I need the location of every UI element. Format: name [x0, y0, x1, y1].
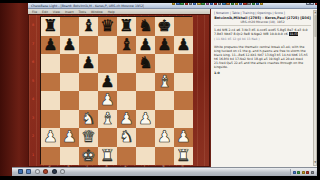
chess-board[interactable]: ♜♝♛♜♞♚♟♟♝♟♟♟♟♞♟♝♟♞♝♟♟♟♟♛♞♟♟♚♜♜: [40, 16, 192, 164]
square-f6[interactable]: ♞: [136, 54, 155, 73]
square-c8[interactable]: ♝: [79, 17, 98, 36]
scrollbar[interactable]: ▲ ▼: [313, 10, 317, 166]
square-e6[interactable]: [117, 54, 136, 73]
black-pawn-b7[interactable]: ♟: [60, 36, 79, 55]
system-tray[interactable]: [290, 169, 316, 175]
square-c6[interactable]: ♟: [79, 54, 98, 73]
rank-label-3: 3: [32, 109, 39, 128]
square-a8[interactable]: ♜: [41, 17, 60, 36]
square-a7[interactable]: ♟: [41, 36, 60, 55]
square-e3[interactable]: ♟: [117, 110, 136, 129]
menu-item-file[interactable]: File: [32, 10, 37, 14]
notation-panel[interactable]: [ Notation | Table | Training | Openings…: [210, 9, 317, 167]
rank-label-6: 6: [32, 53, 39, 72]
square-d5[interactable]: ♟: [98, 73, 117, 92]
taskbar-icon-1[interactable]: [26, 169, 31, 174]
white-rook-d1[interactable]: ♜: [98, 147, 117, 166]
square-d3[interactable]: ♝: [98, 110, 117, 129]
square-b3[interactable]: [60, 110, 79, 129]
square-b2[interactable]: ♟: [60, 128, 79, 147]
white-pawn-g2[interactable]: ♟: [155, 128, 174, 147]
rank-label-2: 2: [32, 127, 39, 146]
black-king-g8[interactable]: ♚: [155, 17, 174, 36]
square-g5[interactable]: ♝: [155, 73, 174, 92]
black-rook-a8[interactable]: ♜: [41, 17, 60, 36]
square-h2[interactable]: ♟: [174, 128, 193, 147]
square-g1[interactable]: [155, 147, 174, 166]
white-pawn-a2[interactable]: ♟: [41, 128, 60, 147]
square-d4[interactable]: ♟: [98, 91, 117, 110]
game-result: 1-0: [214, 71, 311, 75]
move-list[interactable]: 1.d4 Nf6 2.c4 e6 3.Nc3 d5 4.cxd5 exd5 5.…: [214, 28, 311, 37]
tray-icon-3[interactable]: [306, 171, 309, 174]
square-g8[interactable]: ♚: [155, 17, 174, 36]
square-c5[interactable]: [79, 73, 98, 92]
square-f3[interactable]: ♟: [136, 110, 155, 129]
rank-label-8: 8: [32, 16, 39, 35]
square-e4[interactable]: [117, 91, 136, 110]
square-h1[interactable]: ♜: [174, 147, 193, 166]
square-h8[interactable]: [174, 17, 193, 36]
square-b4[interactable]: [60, 91, 79, 110]
rank-label-1: 1: [32, 146, 39, 165]
menu-item-edit[interactable]: Edit: [42, 10, 48, 14]
square-a5[interactable]: [41, 73, 60, 92]
square-e8[interactable]: ♜: [117, 17, 136, 36]
tray-icon-0[interactable]: [293, 171, 296, 174]
white-bishop-g5[interactable]: ♝: [155, 73, 174, 92]
square-f7[interactable]: ♟: [136, 36, 155, 55]
square-h5[interactable]: [174, 73, 193, 92]
current-move-highlight[interactable]: 11.f3: [289, 32, 299, 36]
black-rook-e8[interactable]: ♜: [117, 17, 136, 36]
taskbar-icon-3[interactable]: [43, 169, 48, 174]
black-pawn-g7[interactable]: ♟: [155, 36, 174, 55]
letterbox-top: [0, 0, 320, 3]
taskbar-icon-2[interactable]: [35, 169, 40, 174]
square-a6[interactable]: [41, 54, 60, 73]
square-c7[interactable]: [79, 36, 98, 55]
square-c1[interactable]: ♚: [79, 147, 98, 166]
event-header: URS-ch20 Moscow (10), 1952: [214, 20, 311, 26]
white-pawn-f3[interactable]: ♟: [136, 110, 155, 129]
square-g7[interactable]: ♟: [155, 36, 174, 55]
black-knight-f8[interactable]: ♞: [136, 17, 155, 36]
square-c2[interactable]: ♛: [79, 128, 98, 147]
annotation-text: White prepares the thematic central brea…: [214, 45, 311, 70]
white-pawn-d4[interactable]: ♟: [98, 91, 117, 110]
black-pawn-d5[interactable]: ♟: [98, 73, 117, 92]
rank-label-4: 4: [32, 90, 39, 109]
menu-item-insert[interactable]: Insert: [65, 10, 74, 14]
taskbar-icons: [18, 169, 65, 174]
square-a1[interactable]: [41, 147, 60, 166]
white-king-c1[interactable]: ♚: [79, 147, 98, 166]
square-a4[interactable]: [41, 91, 60, 110]
square-h7[interactable]: ♟: [174, 36, 193, 55]
square-b6[interactable]: [60, 54, 79, 73]
square-g3[interactable]: [155, 110, 174, 129]
square-f8[interactable]: ♞: [136, 17, 155, 36]
menu-item-view[interactable]: View: [53, 10, 60, 14]
black-knight-f6[interactable]: ♞: [136, 54, 155, 73]
white-pawn-h2[interactable]: ♟: [174, 128, 193, 147]
letterbox-bottom: [0, 176, 320, 180]
square-d6[interactable]: [98, 54, 117, 73]
square-d2[interactable]: [98, 128, 117, 147]
black-pawn-c6[interactable]: ♟: [79, 54, 98, 73]
square-b5[interactable]: [60, 73, 79, 92]
tray-icon-1[interactable]: [297, 171, 300, 174]
square-d8[interactable]: ♛: [98, 17, 117, 36]
black-bishop-c8[interactable]: ♝: [79, 17, 98, 36]
square-f5[interactable]: [136, 73, 155, 92]
square-g2[interactable]: ♟: [155, 128, 174, 147]
screen: ChessBase Light - [Board: Botvinnik,M - …: [0, 0, 320, 180]
menu-item-tools[interactable]: Tools: [79, 10, 86, 14]
window-title: ChessBase Light - [Board: Botvinnik,M - …: [28, 4, 144, 8]
menu-item-window[interactable]: Window: [91, 10, 103, 14]
white-queen-c2[interactable]: ♛: [79, 128, 98, 147]
square-d1[interactable]: ♜: [98, 147, 117, 166]
square-h4[interactable]: [174, 91, 193, 110]
square-e5[interactable]: [117, 73, 136, 92]
black-queen-d8[interactable]: ♛: [98, 17, 117, 36]
rank-label-7: 7: [32, 35, 39, 54]
menu-item-help[interactable]: Help: [108, 10, 115, 14]
white-pawn-b2[interactable]: ♟: [60, 128, 79, 147]
black-pawn-f7[interactable]: ♟: [136, 36, 155, 55]
square-b8[interactable]: [60, 17, 79, 36]
square-f2[interactable]: [136, 128, 155, 147]
variation-line[interactable]: ( 11.Kb1 b5 12.g4 b4 13.Na4 ): [214, 37, 311, 41]
white-knight-e2[interactable]: ♞: [117, 128, 136, 147]
white-knight-c3[interactable]: ♞: [79, 110, 98, 129]
taskbar[interactable]: [12, 167, 320, 176]
taskbar-icon-5[interactable]: [60, 169, 65, 174]
square-g6[interactable]: [155, 54, 174, 73]
square-f4[interactable]: [136, 91, 155, 110]
square-e7[interactable]: ♝: [117, 36, 136, 55]
board-frame: 87654321 ♜♝♛♜♞♚♟♟♝♟♟♟♟♞♟♝♟♞♝♟♟♟♟♛♞♟♟♚♜♜ …: [28, 14, 210, 167]
black-pawn-a7[interactable]: ♟: [41, 36, 60, 55]
square-a3[interactable]: [41, 110, 60, 129]
square-g4[interactable]: [155, 91, 174, 110]
tray-icon-2[interactable]: [302, 171, 305, 174]
square-c4[interactable]: [79, 91, 98, 110]
square-f1[interactable]: [136, 147, 155, 166]
square-c3[interactable]: ♞: [79, 110, 98, 129]
tray-icon-4[interactable]: [311, 171, 314, 174]
square-d7[interactable]: [98, 36, 117, 55]
rank-label-5: 5: [32, 72, 39, 91]
white-rook-h1[interactable]: ♜: [174, 147, 193, 166]
square-e1[interactable]: [117, 147, 136, 166]
taskbar-icon-4[interactable]: [52, 169, 57, 174]
square-a2[interactable]: ♟: [41, 128, 60, 147]
black-pawn-h7[interactable]: ♟: [174, 36, 193, 55]
square-b7[interactable]: ♟: [60, 36, 79, 55]
square-b1[interactable]: [60, 147, 79, 166]
taskbar-icon-0[interactable]: [18, 169, 23, 174]
white-pawn-e3[interactable]: ♟: [117, 110, 136, 129]
square-h6[interactable]: [174, 54, 193, 73]
square-e2[interactable]: ♞: [117, 128, 136, 147]
notation-tabs[interactable]: [ Notation | Table | Training | Openings…: [214, 11, 311, 15]
black-bishop-e7[interactable]: ♝: [117, 36, 136, 55]
rank-labels: 87654321: [32, 16, 39, 164]
square-h3[interactable]: [174, 110, 193, 129]
white-bishop-d3[interactable]: ♝: [98, 110, 117, 129]
